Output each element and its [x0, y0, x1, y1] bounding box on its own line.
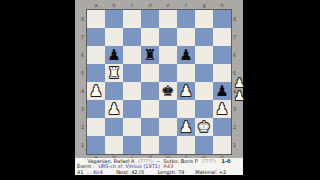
black-king-icon: ♚ [161, 82, 174, 100]
square-a4: ♟ [87, 82, 105, 100]
white-player-name: Vaganian, Rafael A [87, 159, 134, 164]
square-b5: ♜ [105, 64, 123, 82]
file-label-top-b: b [105, 2, 123, 9]
rank-label-left-1: 1 [80, 136, 85, 154]
square-d1 [141, 136, 159, 154]
file-label-top-a: a [87, 2, 105, 9]
square-g3 [195, 100, 213, 118]
square-f8 [177, 10, 195, 28]
rank-labels-left: 87654321 [80, 10, 85, 154]
square-f1 [177, 136, 195, 154]
black-player-rating: (????) [201, 159, 216, 164]
square-e2 [159, 118, 177, 136]
square-b6: ♟ [105, 46, 123, 64]
square-h5 [213, 64, 231, 82]
white-pawn-icon: ♟ [179, 82, 192, 100]
square-d2 [141, 118, 159, 136]
rank-label-right-1: 1 [232, 136, 237, 154]
players-separator: -- [156, 159, 160, 164]
video-frame: abcdefgh 87654321 ♟♜♟♜♟♚♟♟♟♟♟♚ 87654321 … [0, 0, 320, 180]
chess-diagram: abcdefgh 87654321 ♟♜♟♜♟♚♟♟♟♟♟♚ 87654321 … [75, 0, 243, 175]
file-label-top-e: e [159, 2, 177, 9]
square-e7 [159, 28, 177, 46]
white-rook-icon: ♜ [107, 64, 120, 82]
square-e6 [159, 46, 177, 64]
rank-label-left-8: 8 [80, 10, 85, 28]
square-g7 [195, 28, 213, 46]
square-g6 [195, 46, 213, 64]
square-b2 [105, 118, 123, 136]
event-value: URS-ch sf, Vilnius (1971) [98, 164, 160, 169]
square-h4: ♟ [213, 82, 231, 100]
square-d5 [141, 64, 159, 82]
square-f2: ♟ [177, 118, 195, 136]
game-result: 1-0 [222, 159, 231, 164]
rank-label-left-2: 2 [80, 118, 85, 136]
white-pawn-icon: ♟ [215, 100, 228, 118]
square-a7 [87, 28, 105, 46]
rank-label-left-3: 3 [80, 100, 85, 118]
square-h3: ♟ [213, 100, 231, 118]
square-c8 [123, 10, 141, 28]
square-c2 [123, 118, 141, 136]
black-pawn-icon: ♟ [107, 46, 120, 64]
rank-label-right-2: 2 [232, 118, 237, 136]
white-pawn-icon: ♟ [107, 100, 120, 118]
square-e3 [159, 100, 177, 118]
square-f3 [177, 100, 195, 118]
square-h6 [213, 46, 231, 64]
square-b8 [105, 10, 123, 28]
square-h7 [213, 28, 231, 46]
file-label-top-f: f [177, 2, 195, 9]
move-line: 41 ... Ke4 Next: 42.f3 Length: 74 Materi… [75, 170, 243, 175]
rank-label-left-7: 7 [80, 28, 85, 46]
square-c3 [123, 100, 141, 118]
black-pawn-icon: ♟ [179, 46, 192, 64]
square-g5 [195, 64, 213, 82]
rank-label-left-5: 5 [80, 64, 85, 82]
file-label-top-d: d [141, 2, 159, 9]
square-d7 [141, 28, 159, 46]
file-label-top-c: c [123, 2, 141, 9]
square-c6 [123, 46, 141, 64]
white-king-icon: ♚ [197, 118, 210, 136]
file-label-top-h: h [213, 2, 231, 9]
square-a5 [87, 64, 105, 82]
square-a1 [87, 136, 105, 154]
square-e4: ♚ [159, 82, 177, 100]
square-f5 [177, 64, 195, 82]
square-g1 [195, 136, 213, 154]
square-b4 [105, 82, 123, 100]
caption-panel: Vaganian, Rafael A (????) -- Sutko, Bori… [75, 158, 243, 175]
square-f6: ♟ [177, 46, 195, 64]
square-h8 [213, 10, 231, 28]
square-d3 [141, 100, 159, 118]
chess-board: ♟♜♟♜♟♚♟♟♟♟♟♚ [86, 9, 232, 155]
file-label-top-g: g [195, 2, 213, 9]
rank-label-left-6: 6 [80, 46, 85, 64]
file-labels-top: abcdefgh [87, 2, 231, 9]
eco-code: A43 [164, 164, 174, 169]
game-length: Length: 74 [158, 170, 185, 175]
move-number: 41 [77, 170, 83, 175]
square-h1 [213, 136, 231, 154]
square-b7 [105, 28, 123, 46]
square-a3 [87, 100, 105, 118]
material-balance: Material: +2 [195, 170, 226, 175]
square-g2: ♚ [195, 118, 213, 136]
next-move: Next: 42.f3 [116, 170, 144, 175]
material-tray: ♟♟ [234, 77, 244, 103]
event-label: Event : [77, 164, 95, 169]
square-e8 [159, 10, 177, 28]
white-pawn-icon: ♟ [179, 118, 192, 136]
square-b3: ♟ [105, 100, 123, 118]
square-f7 [177, 28, 195, 46]
square-f4: ♟ [177, 82, 195, 100]
white-pawn-icon: ♟ [89, 82, 102, 100]
last-move: ... Ke4 [87, 170, 103, 175]
square-h2 [213, 118, 231, 136]
white-pawn-material-icon: ♟ [234, 90, 244, 103]
square-e1 [159, 136, 177, 154]
square-c5 [123, 64, 141, 82]
black-rook-icon: ♜ [143, 46, 156, 64]
square-e5 [159, 64, 177, 82]
square-d6: ♜ [141, 46, 159, 64]
square-a2 [87, 118, 105, 136]
square-b1 [105, 136, 123, 154]
rank-label-right-7: 7 [232, 28, 237, 46]
square-c4 [123, 82, 141, 100]
square-c1 [123, 136, 141, 154]
square-g8 [195, 10, 213, 28]
square-a8 [87, 10, 105, 28]
square-c7 [123, 28, 141, 46]
square-g4 [195, 82, 213, 100]
square-d4 [141, 82, 159, 100]
white-player-rating: (????) [138, 159, 153, 164]
black-player-name: Sutko, Boris P [163, 159, 197, 164]
square-a6 [87, 46, 105, 64]
square-d8 [141, 10, 159, 28]
rank-label-left-4: 4 [80, 82, 85, 100]
rank-label-right-8: 8 [232, 10, 237, 28]
black-pawn-icon: ♟ [215, 82, 228, 100]
rank-label-right-6: 6 [232, 46, 237, 64]
